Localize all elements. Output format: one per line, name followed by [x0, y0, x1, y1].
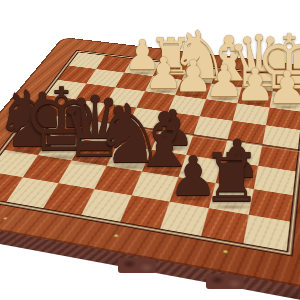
product-photo-scene: ♟♜♞♝♛♚♟♟♟♟♟♟♟♞♚♛♞♝♟♟♜: [0, 0, 300, 300]
piece-black-rook-g2: ♜: [202, 145, 262, 212]
pieces-layer: ♟♜♞♝♛♚♟♟♟♟♟♟♟♞♚♛♞♝♟♟♜: [0, 0, 300, 300]
piece-white-pawn-h7: ♟: [267, 66, 300, 111]
